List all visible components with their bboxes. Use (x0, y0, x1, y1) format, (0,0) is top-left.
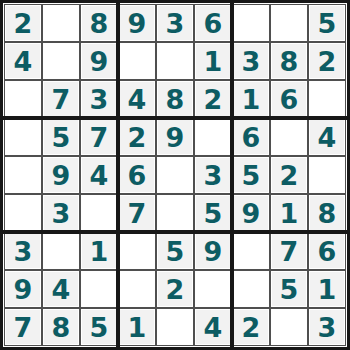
cell-r9c6[interactable]: 4 (194, 308, 232, 346)
cell-r2c3[interactable]: 9 (80, 42, 118, 80)
cell-r1c7[interactable] (232, 4, 270, 42)
cell-r7c3[interactable]: 1 (80, 232, 118, 270)
cell-r9c2[interactable]: 8 (42, 308, 80, 346)
cell-r7c8[interactable]: 7 (270, 232, 308, 270)
cell-r9c3[interactable]: 5 (80, 308, 118, 346)
cell-r2c4[interactable] (118, 42, 156, 80)
cell-r7c6[interactable]: 9 (194, 232, 232, 270)
cell-r1c3[interactable]: 8 (80, 4, 118, 42)
cell-r3c6[interactable]: 2 (194, 80, 232, 118)
cell-r2c1[interactable]: 4 (4, 42, 42, 80)
cell-r9c1[interactable]: 7 (4, 308, 42, 346)
cell-r1c4[interactable]: 9 (118, 4, 156, 42)
cell-r9c9[interactable]: 3 (308, 308, 346, 346)
cell-r5c3[interactable]: 4 (80, 156, 118, 194)
cell-r7c1[interactable]: 3 (4, 232, 42, 270)
cell-r2c2[interactable] (42, 42, 80, 80)
cell-r2c9[interactable]: 2 (308, 42, 346, 80)
cell-r9c8[interactable] (270, 308, 308, 346)
cell-r5c8[interactable]: 2 (270, 156, 308, 194)
cell-r6c3[interactable] (80, 194, 118, 232)
cell-r1c9[interactable]: 5 (308, 4, 346, 42)
cell-r8c7[interactable] (232, 270, 270, 308)
cell-r5c1[interactable] (4, 156, 42, 194)
cell-r4c3[interactable]: 7 (80, 118, 118, 156)
cell-r6c4[interactable]: 7 (118, 194, 156, 232)
cell-r6c7[interactable]: 9 (232, 194, 270, 232)
cell-r3c4[interactable]: 4 (118, 80, 156, 118)
box-divider-horizontal-2 (3, 230, 347, 234)
cell-r5c7[interactable]: 5 (232, 156, 270, 194)
cell-r5c9[interactable] (308, 156, 346, 194)
box-divider-vertical-1 (116, 3, 120, 347)
cell-r2c8[interactable]: 8 (270, 42, 308, 80)
cell-r7c2[interactable] (42, 232, 80, 270)
cell-r5c2[interactable]: 9 (42, 156, 80, 194)
cell-r6c1[interactable] (4, 194, 42, 232)
cell-r3c2[interactable]: 7 (42, 80, 80, 118)
cell-r5c6[interactable]: 3 (194, 156, 232, 194)
cell-r3c5[interactable]: 8 (156, 80, 194, 118)
cell-r7c9[interactable]: 6 (308, 232, 346, 270)
cell-r4c1[interactable] (4, 118, 42, 156)
box-divider-horizontal-1 (3, 116, 347, 120)
cell-r7c5[interactable]: 5 (156, 232, 194, 270)
cell-r9c4[interactable]: 1 (118, 308, 156, 346)
cell-r2c6[interactable]: 1 (194, 42, 232, 80)
cell-r8c8[interactable]: 5 (270, 270, 308, 308)
cell-r2c5[interactable] (156, 42, 194, 80)
cell-r1c1[interactable]: 2 (4, 4, 42, 42)
cell-r8c1[interactable]: 9 (4, 270, 42, 308)
cell-r9c7[interactable]: 2 (232, 308, 270, 346)
cell-r6c5[interactable] (156, 194, 194, 232)
cell-r1c6[interactable]: 6 (194, 4, 232, 42)
sudoku-board: 2893654913827348216572964946352375918315… (0, 0, 350, 350)
cell-r8c4[interactable] (118, 270, 156, 308)
cell-r3c1[interactable] (4, 80, 42, 118)
cell-r4c2[interactable]: 5 (42, 118, 80, 156)
cell-r4c9[interactable]: 4 (308, 118, 346, 156)
cell-r4c4[interactable]: 2 (118, 118, 156, 156)
cell-r4c5[interactable]: 9 (156, 118, 194, 156)
cell-r7c7[interactable] (232, 232, 270, 270)
cell-r6c2[interactable]: 3 (42, 194, 80, 232)
cell-r2c7[interactable]: 3 (232, 42, 270, 80)
cell-r4c6[interactable] (194, 118, 232, 156)
cell-r7c4[interactable] (118, 232, 156, 270)
cell-r8c5[interactable]: 2 (156, 270, 194, 308)
cell-r3c7[interactable]: 1 (232, 80, 270, 118)
cell-r3c3[interactable]: 3 (80, 80, 118, 118)
cell-r1c8[interactable] (270, 4, 308, 42)
cell-r6c6[interactable]: 5 (194, 194, 232, 232)
cell-r5c5[interactable] (156, 156, 194, 194)
cell-r6c8[interactable]: 1 (270, 194, 308, 232)
cell-r4c8[interactable] (270, 118, 308, 156)
cell-r8c2[interactable]: 4 (42, 270, 80, 308)
cell-r6c9[interactable]: 8 (308, 194, 346, 232)
cell-r8c9[interactable]: 1 (308, 270, 346, 308)
cell-r1c5[interactable]: 3 (156, 4, 194, 42)
cell-r3c8[interactable]: 6 (270, 80, 308, 118)
cell-r3c9[interactable] (308, 80, 346, 118)
box-divider-vertical-2 (230, 3, 234, 347)
cell-r8c3[interactable] (80, 270, 118, 308)
cell-r4c7[interactable]: 6 (232, 118, 270, 156)
cell-r9c5[interactable] (156, 308, 194, 346)
cell-r1c2[interactable] (42, 4, 80, 42)
cell-r5c4[interactable]: 6 (118, 156, 156, 194)
cell-r8c6[interactable] (194, 270, 232, 308)
